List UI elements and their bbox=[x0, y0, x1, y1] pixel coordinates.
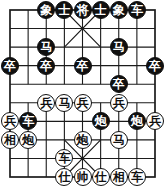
piece-black-soldier-e7[interactable]: 卒 bbox=[74, 57, 92, 75]
piece-red-cannon-b3[interactable]: 炮 bbox=[19, 131, 37, 149]
piece-black-soldier-a7[interactable]: 卒 bbox=[1, 57, 19, 75]
piece-red-advisor-f1[interactable]: 仕 bbox=[92, 168, 110, 186]
piece-black-cannon-f4[interactable]: 炮 bbox=[92, 112, 110, 130]
piece-red-soldier-e5[interactable]: 兵 bbox=[74, 94, 92, 112]
piece-black-chariot-h10[interactable]: 车 bbox=[128, 1, 146, 19]
piece-red-soldier-g5[interactable]: 兵 bbox=[110, 94, 128, 112]
piece-red-chariot-h1[interactable]: 车 bbox=[128, 168, 146, 186]
piece-red-elephant-a3[interactable]: 相 bbox=[1, 131, 19, 149]
pieces-layer: 象士将士象车马马卒卒卒卒卒车炮炮兵兵兵马兵兵相炮炮马车仕帅仕相车 bbox=[0, 0, 165, 187]
piece-black-soldier-c7[interactable]: 卒 bbox=[37, 57, 55, 75]
xiangqi-board: 象士将士象车马马卒卒卒卒卒车炮炮兵兵兵马兵兵相炮炮马车仕帅仕相车 bbox=[0, 0, 165, 187]
piece-red-general-e1[interactable]: 帅 bbox=[74, 168, 92, 186]
piece-black-soldier-g6[interactable]: 卒 bbox=[110, 75, 128, 93]
piece-red-cannon-e3[interactable]: 炮 bbox=[74, 131, 92, 149]
piece-red-soldier-i4[interactable]: 兵 bbox=[146, 112, 164, 130]
piece-black-horse-c8[interactable]: 马 bbox=[37, 38, 55, 56]
piece-black-general-e10[interactable]: 将 bbox=[74, 1, 92, 19]
piece-red-soldier-a4[interactable]: 兵 bbox=[1, 112, 19, 130]
piece-red-advisor-d1[interactable]: 仕 bbox=[55, 168, 73, 186]
piece-black-cannon-h4[interactable]: 炮 bbox=[128, 112, 146, 130]
piece-red-chariot-d2[interactable]: 车 bbox=[55, 149, 73, 167]
piece-red-horse-d5[interactable]: 马 bbox=[55, 94, 73, 112]
piece-red-soldier-c5[interactable]: 兵 bbox=[37, 94, 55, 112]
piece-black-chariot-b4[interactable]: 车 bbox=[19, 112, 37, 130]
piece-black-elephant-c10[interactable]: 象 bbox=[37, 1, 55, 19]
piece-black-advisor-d10[interactable]: 士 bbox=[55, 1, 73, 19]
piece-black-soldier-i7[interactable]: 卒 bbox=[146, 57, 164, 75]
piece-black-elephant-g10[interactable]: 象 bbox=[110, 1, 128, 19]
piece-black-advisor-f10[interactable]: 士 bbox=[92, 1, 110, 19]
piece-black-horse-g8[interactable]: 马 bbox=[110, 38, 128, 56]
piece-red-elephant-g1[interactable]: 相 bbox=[110, 168, 128, 186]
piece-red-horse-g3[interactable]: 马 bbox=[110, 131, 128, 149]
